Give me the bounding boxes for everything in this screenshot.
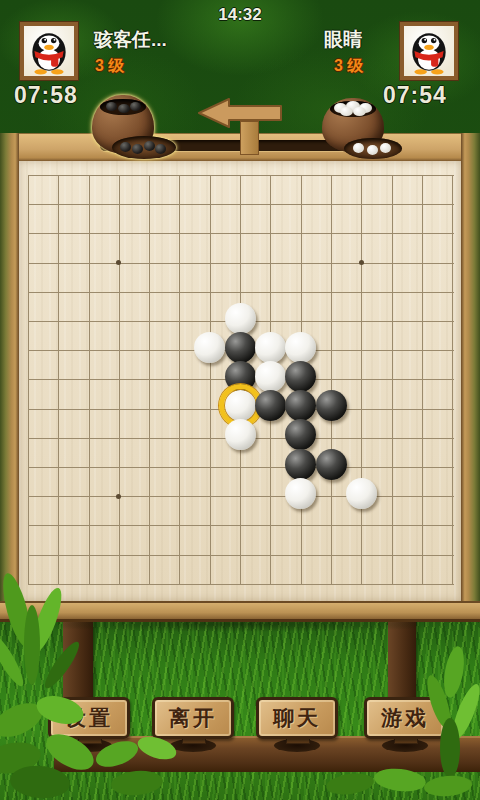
white-stone [285,478,316,509]
white-stone [285,332,316,363]
black-stone [285,449,316,480]
left-player-avatar[interactable] [20,22,78,80]
white-stone [194,332,225,363]
turn-arrow-left-icon [197,96,283,130]
left-player-clock: 07:58 [14,82,78,109]
board-paper[interactable] [19,161,461,601]
chat-button[interactable]: 聊天 [256,697,338,739]
qq-penguin-icon [24,26,74,76]
leaf-cluster-mid-left [85,728,197,800]
white-stone-tray [344,138,402,159]
right-player-clock: 07:54 [383,82,447,109]
black-stone [316,449,347,480]
right-player-avatar[interactable] [400,22,458,80]
board-left-rail [0,133,19,622]
white-stone [255,361,286,392]
game-screen: 14:32 骇客任... 3 级 07:58 眼睛 3 级 [0,0,480,800]
right-player-name: 眼睛 [324,27,362,53]
black-stone-tray [112,136,176,159]
white-stone [225,390,256,421]
black-stone [316,390,347,421]
board-right-rail [461,133,480,622]
qq-penguin-icon [404,26,454,76]
white-stone [255,332,286,363]
white-stone [225,419,256,450]
black-stone [255,390,286,421]
left-player-name: 骇客任... [94,27,167,53]
black-bowl-opening [100,99,146,115]
star-point [359,260,364,265]
right-player-level: 3 级 [334,56,363,77]
left-player-level: 3 级 [95,56,124,77]
black-stone [225,332,256,363]
white-stone [225,303,256,334]
white-stone [346,478,377,509]
white-bowl-opening [330,101,376,117]
leaf-cluster-bottom-right [320,762,480,800]
black-stone [285,361,316,392]
